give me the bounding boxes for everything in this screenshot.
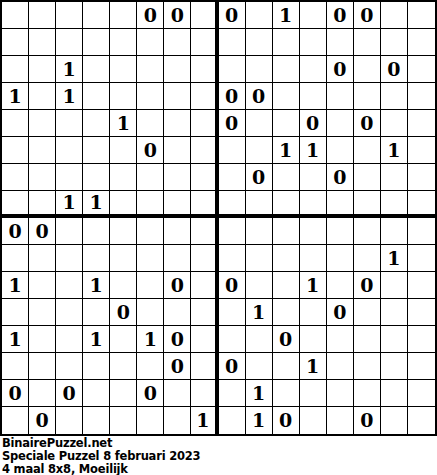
cell-r3c13: 0 bbox=[327, 56, 354, 83]
cell-r8c6[interactable] bbox=[137, 191, 164, 218]
cell-r13c4: 1 bbox=[83, 326, 110, 353]
cell-r2c2[interactable] bbox=[29, 29, 56, 56]
cell-r1c2[interactable] bbox=[29, 2, 56, 29]
cell-r10c1[interactable] bbox=[2, 245, 29, 272]
cell-r12c9[interactable] bbox=[219, 299, 246, 326]
cell-r8c12[interactable] bbox=[300, 191, 327, 218]
cell-r12c12[interactable] bbox=[300, 299, 327, 326]
cell-r4c12[interactable] bbox=[300, 83, 327, 110]
cell-r2c12[interactable] bbox=[300, 29, 327, 56]
cell-r15c6: 0 bbox=[137, 380, 164, 407]
cell-r3c4[interactable] bbox=[83, 56, 110, 83]
cell-r3c10[interactable] bbox=[246, 56, 273, 83]
cell-r3c5[interactable] bbox=[110, 56, 137, 83]
cell-r10c8[interactable] bbox=[191, 245, 218, 272]
cell-r5c12: 0 bbox=[300, 110, 327, 137]
cell-r10c16[interactable] bbox=[408, 245, 435, 272]
cell-r14c5[interactable] bbox=[110, 353, 137, 380]
cell-r7c16[interactable] bbox=[408, 164, 435, 191]
cell-r1c7: 0 bbox=[164, 2, 191, 29]
cell-r13c8[interactable] bbox=[191, 326, 218, 353]
cell-r6c4[interactable] bbox=[83, 137, 110, 164]
cell-r11c7: 0 bbox=[164, 272, 191, 299]
cell-r14c6[interactable] bbox=[137, 353, 164, 380]
cell-r4c10: 0 bbox=[246, 83, 273, 110]
cell-r10c12[interactable] bbox=[300, 245, 327, 272]
cell-r4c11[interactable] bbox=[273, 83, 300, 110]
cell-r4c5[interactable] bbox=[110, 83, 137, 110]
cell-r9c14[interactable] bbox=[354, 218, 381, 245]
cell-r13c11: 0 bbox=[273, 326, 300, 353]
cell-r16c16[interactable] bbox=[408, 407, 435, 434]
cell-r8c5[interactable] bbox=[110, 191, 137, 218]
cell-r14c4[interactable] bbox=[83, 353, 110, 380]
cell-r9c16[interactable] bbox=[408, 218, 435, 245]
cell-r5c3[interactable] bbox=[56, 110, 83, 137]
cell-r4c3: 1 bbox=[56, 83, 83, 110]
cell-r14c2[interactable] bbox=[29, 353, 56, 380]
cell-r2c7[interactable] bbox=[164, 29, 191, 56]
cell-r3c8[interactable] bbox=[191, 56, 218, 83]
cell-r16c10: 1 bbox=[246, 407, 273, 434]
cell-r7c4[interactable] bbox=[83, 164, 110, 191]
cell-r11c2[interactable] bbox=[29, 272, 56, 299]
cell-r8c4: 1 bbox=[83, 191, 110, 218]
cell-r3c12[interactable] bbox=[300, 56, 327, 83]
cell-r12c16[interactable] bbox=[408, 299, 435, 326]
cell-r4c14[interactable] bbox=[354, 83, 381, 110]
cell-r11c13[interactable] bbox=[327, 272, 354, 299]
cell-r2c6[interactable] bbox=[137, 29, 164, 56]
cell-r12c14[interactable] bbox=[354, 299, 381, 326]
cell-r6c8[interactable] bbox=[191, 137, 218, 164]
cell-r8c15[interactable] bbox=[381, 191, 408, 218]
cell-r10c2[interactable] bbox=[29, 245, 56, 272]
cell-r2c5[interactable] bbox=[110, 29, 137, 56]
cell-r1c15[interactable] bbox=[381, 2, 408, 29]
cell-r2c13[interactable] bbox=[327, 29, 354, 56]
cell-r7c3[interactable] bbox=[56, 164, 83, 191]
cell-r13c14[interactable] bbox=[354, 326, 381, 353]
cell-r6c1[interactable] bbox=[2, 137, 29, 164]
cell-r15c16[interactable] bbox=[408, 380, 435, 407]
cell-r13c3[interactable] bbox=[56, 326, 83, 353]
cell-r6c3[interactable] bbox=[56, 137, 83, 164]
cell-r16c13[interactable] bbox=[327, 407, 354, 434]
cell-r10c5[interactable] bbox=[110, 245, 137, 272]
cell-r14c13[interactable] bbox=[327, 353, 354, 380]
cell-r10c15: 1 bbox=[381, 245, 408, 272]
cell-r15c14[interactable] bbox=[354, 380, 381, 407]
cell-r7c11[interactable] bbox=[273, 164, 300, 191]
cell-r12c2[interactable] bbox=[29, 299, 56, 326]
cell-r7c7[interactable] bbox=[164, 164, 191, 191]
cell-r14c16[interactable] bbox=[408, 353, 435, 380]
cell-r1c3[interactable] bbox=[56, 2, 83, 29]
cell-r7c6[interactable] bbox=[137, 164, 164, 191]
cell-r10c10[interactable] bbox=[246, 245, 273, 272]
cell-r4c13[interactable] bbox=[327, 83, 354, 110]
cell-r4c4[interactable] bbox=[83, 83, 110, 110]
cell-r6c14[interactable] bbox=[354, 137, 381, 164]
board: 0001001001100100001110011001110010010111… bbox=[0, 0, 437, 436]
cell-r11c15[interactable] bbox=[381, 272, 408, 299]
cell-r15c1: 0 bbox=[2, 380, 29, 407]
cell-r6c11: 1 bbox=[273, 137, 300, 164]
cell-r11c14: 0 bbox=[354, 272, 381, 299]
cell-r4c7[interactable] bbox=[164, 83, 191, 110]
cell-r2c15[interactable] bbox=[381, 29, 408, 56]
cell-r2c8[interactable] bbox=[191, 29, 218, 56]
cell-r16c5[interactable] bbox=[110, 407, 137, 434]
cell-r1c6: 0 bbox=[137, 2, 164, 29]
cell-r14c9: 0 bbox=[219, 353, 246, 380]
cell-r15c10: 1 bbox=[246, 380, 273, 407]
cell-r13c13[interactable] bbox=[327, 326, 354, 353]
cell-r6c10[interactable] bbox=[246, 137, 273, 164]
cell-r5c13[interactable] bbox=[327, 110, 354, 137]
cell-r16c15[interactable] bbox=[381, 407, 408, 434]
cell-r12c10: 1 bbox=[246, 299, 273, 326]
cell-r13c9[interactable] bbox=[219, 326, 246, 353]
cell-r12c7[interactable] bbox=[164, 299, 191, 326]
cell-r15c3: 0 bbox=[56, 380, 83, 407]
cell-r12c8[interactable] bbox=[191, 299, 218, 326]
cell-r13c5[interactable] bbox=[110, 326, 137, 353]
cell-r5c8[interactable] bbox=[191, 110, 218, 137]
cell-r14c11[interactable] bbox=[273, 353, 300, 380]
cell-r1c11: 1 bbox=[273, 2, 300, 29]
cell-r5c4[interactable] bbox=[83, 110, 110, 137]
cell-r15c11[interactable] bbox=[273, 380, 300, 407]
cell-r7c10: 0 bbox=[246, 164, 273, 191]
cell-r8c10[interactable] bbox=[246, 191, 273, 218]
cell-r14c3[interactable] bbox=[56, 353, 83, 380]
cell-r16c6[interactable] bbox=[137, 407, 164, 434]
cell-r4c9: 0 bbox=[219, 83, 246, 110]
cell-r3c1[interactable] bbox=[2, 56, 29, 83]
cell-r15c9[interactable] bbox=[219, 380, 246, 407]
cell-r7c9[interactable] bbox=[219, 164, 246, 191]
cell-r1c16[interactable] bbox=[408, 2, 435, 29]
cell-r9c11[interactable] bbox=[273, 218, 300, 245]
cell-r12c15[interactable] bbox=[381, 299, 408, 326]
cell-r15c5[interactable] bbox=[110, 380, 137, 407]
cell-r9c4[interactable] bbox=[83, 218, 110, 245]
cell-r9c12[interactable] bbox=[300, 218, 327, 245]
cell-r16c4[interactable] bbox=[83, 407, 110, 434]
cell-r1c1[interactable] bbox=[2, 2, 29, 29]
cell-r2c16[interactable] bbox=[408, 29, 435, 56]
cell-r8c14[interactable] bbox=[354, 191, 381, 218]
cell-r9c15[interactable] bbox=[381, 218, 408, 245]
cell-r1c9: 0 bbox=[219, 2, 246, 29]
cell-r10c7[interactable] bbox=[164, 245, 191, 272]
cell-r6c7[interactable] bbox=[164, 137, 191, 164]
cell-r16c1[interactable] bbox=[2, 407, 29, 434]
cell-r5c10[interactable] bbox=[246, 110, 273, 137]
cell-r14c7: 0 bbox=[164, 353, 191, 380]
puzzle-spec: 4 maal 8x8, Moeilijk bbox=[2, 463, 437, 475]
cell-r9c9[interactable] bbox=[219, 218, 246, 245]
cell-r3c7[interactable] bbox=[164, 56, 191, 83]
cell-r1c13: 0 bbox=[327, 2, 354, 29]
cell-r14c14[interactable] bbox=[354, 353, 381, 380]
cell-r6c12: 1 bbox=[300, 137, 327, 164]
cell-r5c9: 0 bbox=[219, 110, 246, 137]
cell-r3c15: 0 bbox=[381, 56, 408, 83]
cell-r11c4: 1 bbox=[83, 272, 110, 299]
puzzle-title: Speciale Puzzel 8 februari 2023 bbox=[2, 450, 437, 463]
cell-r16c7[interactable] bbox=[164, 407, 191, 434]
cell-r11c10[interactable] bbox=[246, 272, 273, 299]
caption: BinairePuzzel.net Speciale Puzzel 8 febr… bbox=[0, 436, 437, 475]
cell-r4c2[interactable] bbox=[29, 83, 56, 110]
cell-r5c6[interactable] bbox=[137, 110, 164, 137]
cell-r13c16[interactable] bbox=[408, 326, 435, 353]
cell-r15c15[interactable] bbox=[381, 380, 408, 407]
cell-r3c9[interactable] bbox=[219, 56, 246, 83]
cell-r11c8[interactable] bbox=[191, 272, 218, 299]
cell-r4c15[interactable] bbox=[381, 83, 408, 110]
cell-r6c13[interactable] bbox=[327, 137, 354, 164]
cell-r8c1[interactable] bbox=[2, 191, 29, 218]
cell-r7c15[interactable] bbox=[381, 164, 408, 191]
cell-r8c8[interactable] bbox=[191, 191, 218, 218]
cell-r3c3: 1 bbox=[56, 56, 83, 83]
cell-r15c12[interactable] bbox=[300, 380, 327, 407]
cell-r9c6[interactable] bbox=[137, 218, 164, 245]
cell-r14c10[interactable] bbox=[246, 353, 273, 380]
cell-r1c12[interactable] bbox=[300, 2, 327, 29]
cell-r3c6[interactable] bbox=[137, 56, 164, 83]
cell-r11c12: 1 bbox=[300, 272, 327, 299]
cell-r16c9[interactable] bbox=[219, 407, 246, 434]
cell-r10c14[interactable] bbox=[354, 245, 381, 272]
cell-r2c4[interactable] bbox=[83, 29, 110, 56]
cell-r7c2[interactable] bbox=[29, 164, 56, 191]
cell-r2c11[interactable] bbox=[273, 29, 300, 56]
cell-r13c7: 0 bbox=[164, 326, 191, 353]
cell-r12c11[interactable] bbox=[273, 299, 300, 326]
cell-r13c1: 1 bbox=[2, 326, 29, 353]
cell-r8c2[interactable] bbox=[29, 191, 56, 218]
cell-r7c5[interactable] bbox=[110, 164, 137, 191]
cell-r13c6: 1 bbox=[137, 326, 164, 353]
cell-r11c3[interactable] bbox=[56, 272, 83, 299]
cell-r11c6[interactable] bbox=[137, 272, 164, 299]
cell-r9c7[interactable] bbox=[164, 218, 191, 245]
cell-r8c7[interactable] bbox=[164, 191, 191, 218]
cell-r5c14: 0 bbox=[354, 110, 381, 137]
cell-r6c15: 1 bbox=[381, 137, 408, 164]
cell-r14c15[interactable] bbox=[381, 353, 408, 380]
cell-r7c8[interactable] bbox=[191, 164, 218, 191]
cell-r12c13: 0 bbox=[327, 299, 354, 326]
cell-r13c10[interactable] bbox=[246, 326, 273, 353]
cell-r5c2[interactable] bbox=[29, 110, 56, 137]
cell-r10c3[interactable] bbox=[56, 245, 83, 272]
cell-r6c5[interactable] bbox=[110, 137, 137, 164]
cell-r10c4[interactable] bbox=[83, 245, 110, 272]
cell-r6c6: 0 bbox=[137, 137, 164, 164]
cell-r2c1[interactable] bbox=[2, 29, 29, 56]
cell-r7c14[interactable] bbox=[354, 164, 381, 191]
cell-r5c1[interactable] bbox=[2, 110, 29, 137]
cell-r10c11[interactable] bbox=[273, 245, 300, 272]
cell-r1c8[interactable] bbox=[191, 2, 218, 29]
cell-r5c15[interactable] bbox=[381, 110, 408, 137]
cell-r7c1[interactable] bbox=[2, 164, 29, 191]
cell-r3c11[interactable] bbox=[273, 56, 300, 83]
cell-r9c13[interactable] bbox=[327, 218, 354, 245]
cell-r9c3[interactable] bbox=[56, 218, 83, 245]
cell-r14c1[interactable] bbox=[2, 353, 29, 380]
cell-r3c2[interactable] bbox=[29, 56, 56, 83]
cell-r4c6[interactable] bbox=[137, 83, 164, 110]
cell-r5c5: 1 bbox=[110, 110, 137, 137]
cell-r11c16[interactable] bbox=[408, 272, 435, 299]
cell-r8c9[interactable] bbox=[219, 191, 246, 218]
cell-r9c2: 0 bbox=[29, 218, 56, 245]
cell-r7c12[interactable] bbox=[300, 164, 327, 191]
cell-r11c5[interactable] bbox=[110, 272, 137, 299]
cell-r12c4[interactable] bbox=[83, 299, 110, 326]
cell-r16c12[interactable] bbox=[300, 407, 327, 434]
cell-r8c13[interactable] bbox=[327, 191, 354, 218]
cell-r8c16[interactable] bbox=[408, 191, 435, 218]
cell-r12c1[interactable] bbox=[2, 299, 29, 326]
cell-r4c1: 1 bbox=[2, 83, 29, 110]
cell-r15c2[interactable] bbox=[29, 380, 56, 407]
cell-r11c11[interactable] bbox=[273, 272, 300, 299]
cell-r13c2[interactable] bbox=[29, 326, 56, 353]
cell-r6c9[interactable] bbox=[219, 137, 246, 164]
cell-r15c4[interactable] bbox=[83, 380, 110, 407]
cell-r11c1: 1 bbox=[2, 272, 29, 299]
cell-r6c2[interactable] bbox=[29, 137, 56, 164]
cell-r15c7[interactable] bbox=[164, 380, 191, 407]
cell-r16c8: 1 bbox=[191, 407, 218, 434]
cell-r11c9: 0 bbox=[219, 272, 246, 299]
cell-r8c11[interactable] bbox=[273, 191, 300, 218]
cell-r12c3[interactable] bbox=[56, 299, 83, 326]
cell-r7c13: 0 bbox=[327, 164, 354, 191]
cell-r4c16[interactable] bbox=[408, 83, 435, 110]
cell-r12c5: 0 bbox=[110, 299, 137, 326]
cell-r13c12[interactable] bbox=[300, 326, 327, 353]
cell-r16c14: 0 bbox=[354, 407, 381, 434]
cell-r15c13[interactable] bbox=[327, 380, 354, 407]
site-name: BinairePuzzel.net bbox=[2, 437, 437, 450]
cell-r2c9[interactable] bbox=[219, 29, 246, 56]
cell-r12c6[interactable] bbox=[137, 299, 164, 326]
cell-r13c15[interactable] bbox=[381, 326, 408, 353]
cell-r2c10[interactable] bbox=[246, 29, 273, 56]
cell-r10c13[interactable] bbox=[327, 245, 354, 272]
cell-r14c8[interactable] bbox=[191, 353, 218, 380]
cell-r6c16[interactable] bbox=[408, 137, 435, 164]
cell-r16c3[interactable] bbox=[56, 407, 83, 434]
cell-r5c11[interactable] bbox=[273, 110, 300, 137]
cell-r15c8[interactable] bbox=[191, 380, 218, 407]
cell-r4c8[interactable] bbox=[191, 83, 218, 110]
cell-r3c16[interactable] bbox=[408, 56, 435, 83]
cell-r16c11: 0 bbox=[273, 407, 300, 434]
cell-r9c10[interactable] bbox=[246, 218, 273, 245]
cell-r2c3[interactable] bbox=[56, 29, 83, 56]
cell-r2c14[interactable] bbox=[354, 29, 381, 56]
cell-r8c3: 1 bbox=[56, 191, 83, 218]
cell-r9c8[interactable] bbox=[191, 218, 218, 245]
cell-r3c14[interactable] bbox=[354, 56, 381, 83]
cell-r10c9[interactable] bbox=[219, 245, 246, 272]
cell-r1c14: 0 bbox=[354, 2, 381, 29]
cell-r5c7[interactable] bbox=[164, 110, 191, 137]
cell-r16c2: 0 bbox=[29, 407, 56, 434]
cell-r1c5[interactable] bbox=[110, 2, 137, 29]
cell-r1c10[interactable] bbox=[246, 2, 273, 29]
cell-r5c16[interactable] bbox=[408, 110, 435, 137]
cell-r1c4[interactable] bbox=[83, 2, 110, 29]
cell-r9c1: 0 bbox=[2, 218, 29, 245]
cell-r10c6[interactable] bbox=[137, 245, 164, 272]
cell-r9c5[interactable] bbox=[110, 218, 137, 245]
cell-r14c12: 1 bbox=[300, 353, 327, 380]
